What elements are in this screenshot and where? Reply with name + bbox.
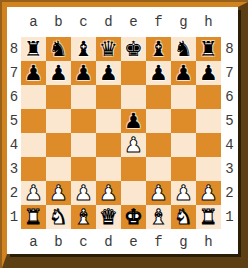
file-label-d: d <box>96 7 121 37</box>
square-d5[interactable] <box>96 109 121 133</box>
square-b2[interactable]: ♟ <box>46 181 71 205</box>
file-label-c: c <box>71 229 96 254</box>
piece-black-bishop[interactable]: ♝ <box>149 39 168 60</box>
square-b4[interactable] <box>46 133 71 157</box>
square-c8[interactable]: ♝ <box>71 37 96 61</box>
file-labels-top: abcdefgh <box>21 7 221 37</box>
square-a2[interactable]: ♟ <box>21 181 46 205</box>
square-f6[interactable] <box>146 85 171 109</box>
rank-label-3: 3 <box>7 157 21 181</box>
square-c1[interactable]: ♝ <box>71 205 96 229</box>
square-b5[interactable] <box>46 109 71 133</box>
piece-white-rook[interactable]: ♜ <box>199 207 218 228</box>
square-d3[interactable] <box>96 157 121 181</box>
square-e1[interactable]: ♚ <box>121 205 146 229</box>
square-b1[interactable]: ♞ <box>46 205 71 229</box>
square-a7[interactable]: ♟ <box>21 61 46 85</box>
piece-white-queen[interactable]: ♛ <box>99 207 118 228</box>
square-a4[interactable] <box>21 133 46 157</box>
square-c6[interactable] <box>71 85 96 109</box>
rank-label-4: 4 <box>221 133 238 157</box>
piece-black-rook[interactable]: ♜ <box>24 39 43 60</box>
rank-labels-left: 87654321 <box>7 37 21 229</box>
rank-label-8: 8 <box>7 37 21 61</box>
file-label-g: g <box>171 7 196 37</box>
piece-white-rook[interactable]: ♜ <box>24 207 43 228</box>
rank-label-6: 6 <box>7 85 21 109</box>
square-e3[interactable] <box>121 157 146 181</box>
piece-black-king[interactable]: ♚ <box>124 39 143 60</box>
square-f7[interactable]: ♟ <box>146 61 171 85</box>
square-h1[interactable]: ♜ <box>196 205 221 229</box>
file-label-e: e <box>121 7 146 37</box>
square-c2[interactable]: ♟ <box>71 181 96 205</box>
square-b8[interactable]: ♞ <box>46 37 71 61</box>
square-h3[interactable] <box>196 157 221 181</box>
file-label-d: d <box>96 229 121 254</box>
piece-white-pawn[interactable]: ♟ <box>99 183 118 204</box>
file-label-f: f <box>146 7 171 37</box>
piece-black-pawn[interactable]: ♟ <box>99 63 118 84</box>
board-frame: abcdefgh 87654321 ♜♞♝♛♚♝♞♜♟♟♟♟♟♟♟♟♟♟♟♟♟♟… <box>2 2 248 268</box>
file-labels-bottom: abcdefgh <box>21 229 221 254</box>
rank-label-7: 7 <box>7 61 21 85</box>
piece-white-pawn[interactable]: ♟ <box>124 135 143 156</box>
piece-black-knight[interactable]: ♞ <box>174 39 193 60</box>
square-e5[interactable]: ♟ <box>121 109 146 133</box>
square-e7[interactable] <box>121 61 146 85</box>
rank-label-2: 2 <box>7 181 21 205</box>
piece-black-pawn[interactable]: ♟ <box>174 63 193 84</box>
square-f4[interactable] <box>146 133 171 157</box>
square-f1[interactable]: ♝ <box>146 205 171 229</box>
file-label-e: e <box>121 229 146 254</box>
square-h6[interactable] <box>196 85 221 109</box>
rank-labels-right: 87654321 <box>221 37 238 229</box>
rank-label-4: 4 <box>7 133 21 157</box>
square-g7[interactable]: ♟ <box>171 61 196 85</box>
square-e8[interactable]: ♚ <box>121 37 146 61</box>
square-a8[interactable]: ♜ <box>21 37 46 61</box>
rank-label-5: 5 <box>221 109 238 133</box>
rank-label-7: 7 <box>221 61 238 85</box>
rank-label-3: 3 <box>221 157 238 181</box>
piece-black-rook[interactable]: ♜ <box>199 39 218 60</box>
piece-white-king[interactable]: ♚ <box>124 207 143 228</box>
square-e2[interactable] <box>121 181 146 205</box>
rank-label-6: 6 <box>221 85 238 109</box>
square-g3[interactable] <box>171 157 196 181</box>
square-f3[interactable] <box>146 157 171 181</box>
file-label-g: g <box>171 229 196 254</box>
square-g6[interactable] <box>171 85 196 109</box>
piece-white-knight[interactable]: ♞ <box>49 207 68 228</box>
square-f8[interactable]: ♝ <box>146 37 171 61</box>
square-b6[interactable] <box>46 85 71 109</box>
piece-black-pawn[interactable]: ♟ <box>149 63 168 84</box>
piece-black-pawn[interactable]: ♟ <box>49 63 68 84</box>
file-label-c: c <box>71 7 96 37</box>
piece-black-pawn[interactable]: ♟ <box>124 111 143 132</box>
square-g1[interactable]: ♞ <box>171 205 196 229</box>
square-c5[interactable] <box>71 109 96 133</box>
file-label-a: a <box>21 229 46 254</box>
square-d8[interactable]: ♛ <box>96 37 121 61</box>
square-g2[interactable]: ♟ <box>171 181 196 205</box>
piece-white-pawn[interactable]: ♟ <box>199 183 218 204</box>
square-a5[interactable] <box>21 109 46 133</box>
file-label-b: b <box>46 7 71 37</box>
piece-black-knight[interactable]: ♞ <box>49 39 68 60</box>
piece-white-bishop[interactable]: ♝ <box>149 207 168 228</box>
piece-black-bishop[interactable]: ♝ <box>74 39 93 60</box>
square-c3[interactable] <box>71 157 96 181</box>
file-label-a: a <box>21 7 46 37</box>
rank-label-8: 8 <box>221 37 238 61</box>
board-margin: abcdefgh 87654321 ♜♞♝♛♚♝♞♜♟♟♟♟♟♟♟♟♟♟♟♟♟♟… <box>7 7 238 254</box>
square-h7[interactable]: ♟ <box>196 61 221 85</box>
square-h8[interactable]: ♜ <box>196 37 221 61</box>
piece-black-pawn[interactable]: ♟ <box>199 63 218 84</box>
square-d2[interactable]: ♟ <box>96 181 121 205</box>
square-g8[interactable]: ♞ <box>171 37 196 61</box>
square-d7[interactable]: ♟ <box>96 61 121 85</box>
file-label-h: h <box>196 229 221 254</box>
piece-white-bishop[interactable]: ♝ <box>74 207 93 228</box>
piece-white-knight[interactable]: ♞ <box>174 207 193 228</box>
square-e4[interactable]: ♟ <box>121 133 146 157</box>
rank-label-1: 1 <box>7 205 21 229</box>
square-d6[interactable] <box>96 85 121 109</box>
piece-white-pawn[interactable]: ♟ <box>174 183 193 204</box>
piece-white-pawn[interactable]: ♟ <box>149 183 168 204</box>
square-d1[interactable]: ♛ <box>96 205 121 229</box>
piece-white-pawn[interactable]: ♟ <box>49 183 68 204</box>
square-a3[interactable] <box>21 157 46 181</box>
square-a6[interactable] <box>21 85 46 109</box>
chess-board: ♜♞♝♛♚♝♞♜♟♟♟♟♟♟♟♟♟♟♟♟♟♟♟♟♜♞♝♛♚♝♞♜ <box>21 37 221 229</box>
square-e6[interactable] <box>121 85 146 109</box>
square-a1[interactable]: ♜ <box>21 205 46 229</box>
square-b3[interactable] <box>46 157 71 181</box>
square-c7[interactable]: ♟ <box>71 61 96 85</box>
square-h4[interactable] <box>196 133 221 157</box>
piece-white-pawn[interactable]: ♟ <box>24 183 43 204</box>
square-g5[interactable] <box>171 109 196 133</box>
rank-label-1: 1 <box>221 205 238 229</box>
board-frame-bezel: abcdefgh 87654321 ♜♞♝♛♚♝♞♜♟♟♟♟♟♟♟♟♟♟♟♟♟♟… <box>0 0 248 268</box>
piece-black-pawn[interactable]: ♟ <box>24 63 43 84</box>
file-label-b: b <box>46 229 71 254</box>
square-h2[interactable]: ♟ <box>196 181 221 205</box>
square-b7[interactable]: ♟ <box>46 61 71 85</box>
piece-black-pawn[interactable]: ♟ <box>74 63 93 84</box>
rank-label-5: 5 <box>7 109 21 133</box>
square-f5[interactable] <box>146 109 171 133</box>
square-f2[interactable]: ♟ <box>146 181 171 205</box>
piece-white-pawn[interactable]: ♟ <box>74 183 93 204</box>
square-c4[interactable] <box>71 133 96 157</box>
square-h5[interactable] <box>196 109 221 133</box>
piece-black-queen[interactable]: ♛ <box>99 39 118 60</box>
rank-label-2: 2 <box>221 181 238 205</box>
square-d4[interactable] <box>96 133 121 157</box>
file-label-h: h <box>196 7 221 37</box>
square-g4[interactable] <box>171 133 196 157</box>
file-label-f: f <box>146 229 171 254</box>
